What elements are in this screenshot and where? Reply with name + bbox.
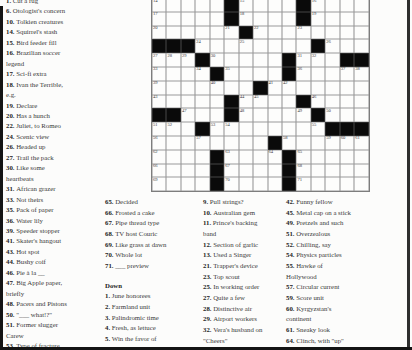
grid-cell-r9c7[interactable]: 44 — [239, 95, 253, 109]
grid-cell-r6c2[interactable]: 28 — [166, 53, 180, 67]
cell-number: 58 — [283, 136, 288, 141]
grid-cell-black-r12c9 — [268, 136, 282, 150]
grid-cell-r14c4[interactable] — [195, 164, 209, 178]
grid-cell-r5c10[interactable] — [282, 39, 296, 53]
grid-cell-r8c7[interactable] — [239, 81, 253, 95]
grid-cell-r2c8[interactable] — [253, 0, 267, 12]
cell-number: 54 — [225, 123, 230, 128]
clue-27: 27. Trail the pack — [6, 153, 101, 163]
grid-cell-r9c4[interactable] — [195, 95, 209, 109]
clue-23: 23. Top scout — [203, 272, 295, 283]
clue-10: 10. Australian gem — [203, 208, 295, 219]
grid-cell-black-r6c15 — [354, 53, 368, 67]
crossword-page: 1. Cut a rug6. Otologist's concern10. To… — [0, 0, 412, 350]
clue-29: 29. Airport workers — [203, 314, 295, 325]
grid-cell-r4c11[interactable]: 23 — [296, 26, 310, 40]
grid-cell-r4c15[interactable] — [354, 26, 368, 40]
grid-cell-r15c14[interactable] — [340, 177, 354, 191]
clue-69: 69. Like grass at dawn — [105, 240, 201, 251]
grid-cell-r11c2[interactable]: 52 — [166, 122, 180, 136]
grid-cell-r14c2[interactable] — [166, 164, 180, 178]
cell-number: 63 — [225, 150, 230, 155]
grid-cell-r7c11[interactable]: 36 — [296, 67, 310, 81]
cell-number: 36 — [297, 67, 302, 72]
grid-cell-r12c10[interactable]: 58 — [282, 136, 296, 150]
grid-cell-r3c14[interactable] — [340, 12, 354, 26]
grid-cell-r4c6[interactable]: 21 — [224, 26, 238, 40]
clue-number: 28. — [203, 305, 213, 312]
clue-6: 6. Otologist's concern — [6, 6, 101, 16]
clue-number: 9. — [203, 198, 210, 205]
grid-cell-r6c8[interactable] — [253, 53, 267, 67]
grid-cell-r7c4[interactable]: 34 — [195, 67, 209, 81]
grid-cell-r12c15[interactable]: 61 — [354, 136, 368, 150]
grid-cell-r12c12[interactable] — [311, 136, 325, 150]
cell-number: 70 — [225, 178, 230, 183]
grid-cell-r9c10[interactable] — [282, 95, 296, 109]
clue-number: 27. — [203, 294, 213, 301]
grid-cell-r4c4[interactable] — [195, 26, 209, 40]
grid-cell-r9c5[interactable] — [210, 95, 224, 109]
grid-cell-r10c3[interactable]: 47 — [181, 108, 195, 122]
cell-number: 52 — [167, 123, 172, 128]
clue-59: 59. Score unit — [286, 293, 386, 304]
grid-cell-black-r6c10 — [282, 53, 296, 67]
grid-cell-r11c5[interactable]: 53 — [210, 122, 224, 136]
grid-cell-black-r8c8 — [253, 81, 267, 95]
clue-number: 11. — [203, 219, 213, 226]
cell-number: 40 — [211, 81, 216, 86]
grid-cell-r15c1[interactable]: 69 — [152, 177, 166, 191]
clue-number: 2. — [105, 303, 112, 310]
grid-cell-r12c7[interactable] — [239, 136, 253, 150]
grid-cell-r9c14[interactable] — [340, 95, 354, 109]
grid-cell-r13c2[interactable] — [166, 150, 180, 164]
cell-number: 47 — [182, 109, 187, 114]
grid-cell-r15c9[interactable] — [268, 177, 282, 191]
clue-number: 10. — [203, 209, 213, 216]
grid-cell-r7c13[interactable] — [325, 67, 339, 81]
clue-number: 21. — [203, 262, 213, 269]
cell-number: 21 — [225, 26, 230, 31]
clue-28: 28. Distinctive air — [203, 304, 295, 315]
grid-cell-r11c11[interactable] — [296, 122, 310, 136]
clue-number: 52. — [286, 241, 296, 248]
grid-cell-r12c14[interactable]: 60 — [340, 136, 354, 150]
clue-1: 1. June honorees — [105, 291, 201, 302]
grid-cell-r3c5[interactable] — [210, 12, 224, 26]
clue-number: 17. — [6, 70, 16, 77]
grid-cell-r6c5[interactable]: 30 — [210, 53, 224, 67]
grid-cell-black-r14c10 — [282, 164, 296, 178]
cell-number: 26 — [326, 40, 331, 45]
grid-cell-r10c8[interactable] — [253, 108, 267, 122]
grid-cell-r15c2[interactable] — [166, 177, 180, 191]
grid-cell-r8c10[interactable]: 42 — [282, 81, 296, 95]
grid-cell-black-r7c10 — [282, 67, 296, 81]
grid-cell-black-r3c6 — [224, 12, 238, 26]
grid-cell-r9c8[interactable]: 45 — [253, 95, 267, 109]
grid-cell-r11c8[interactable] — [253, 122, 267, 136]
clue-number: 3. — [105, 314, 112, 321]
grid-cell-r4c12[interactable] — [311, 26, 325, 40]
grid-cell-r9c13[interactable] — [325, 95, 339, 109]
grid-cell-r10c10[interactable] — [282, 108, 296, 122]
grid-cell-r7c6[interactable]: 35 — [224, 67, 238, 81]
clue-number: 27. — [6, 154, 16, 161]
grid-cell-r2c15[interactable] — [354, 0, 368, 12]
grid-cell-r8c1[interactable]: 39 — [152, 81, 166, 95]
grid-cell-r5c8[interactable] — [253, 39, 267, 53]
grid-cell-r7c12[interactable] — [311, 67, 325, 81]
grid-cell-r15c15[interactable] — [354, 177, 368, 191]
clue-57: 57. Circular current — [286, 282, 386, 293]
grid-cell-r12c11[interactable] — [296, 136, 310, 150]
cell-number: 35 — [225, 67, 230, 72]
grid-cell-r4c5[interactable] — [210, 26, 224, 40]
grid-cell-r15c8[interactable] — [253, 177, 267, 191]
grid-cell-r6c3[interactable]: 29 — [181, 53, 195, 67]
cell-number: 49 — [297, 109, 302, 114]
grid-cell-r3c7[interactable]: 18 — [239, 12, 253, 26]
clue-51: 51. Overzealous — [286, 229, 386, 240]
grid-cell-r15c11[interactable]: 71 — [296, 177, 310, 191]
clue-number: 51. — [286, 230, 296, 237]
grid-cell-r11c10[interactable] — [282, 122, 296, 136]
grid-cell-r14c3[interactable] — [181, 164, 195, 178]
grid-cell-r3c4[interactable] — [195, 12, 209, 26]
grid-cell-r10c7[interactable]: 48 — [239, 108, 253, 122]
down-header: Down — [105, 281, 201, 292]
grid-cell-r4c3[interactable] — [181, 26, 195, 40]
grid-cell-black-r10c1 — [152, 108, 166, 122]
grid-cell-r13c3[interactable] — [181, 150, 195, 164]
clue-number: 36. — [6, 217, 16, 224]
grid-cell-r3c13[interactable] — [325, 12, 339, 26]
clue-number: 32. — [203, 326, 213, 333]
grid-cell-r5c6[interactable] — [224, 39, 238, 53]
grid-cell-r6c12[interactable]: 32 — [311, 53, 325, 67]
grid-cell-r15c12[interactable] — [311, 177, 325, 191]
grid-cell-r7c3[interactable] — [181, 67, 195, 81]
grid-cell-r10c11[interactable]: 49 — [296, 108, 310, 122]
grid-cell-r2c1[interactable]: 14 — [152, 0, 166, 12]
grid-cell-black-r15c5 — [210, 177, 224, 191]
clue-number: 20. — [6, 112, 16, 119]
grid-cell-r14c7[interactable] — [239, 164, 253, 178]
grid-cell-r3c2[interactable] — [166, 12, 180, 26]
clue-number: 70. — [105, 251, 115, 258]
cell-number: 27 — [153, 54, 158, 59]
grid-cell-r4c2[interactable] — [166, 26, 180, 40]
grid-cell-r13c8[interactable] — [253, 150, 267, 164]
grid-cell-r4c14[interactable] — [340, 26, 354, 40]
cell-number: 48 — [240, 109, 245, 114]
grid-cell-r13c15[interactable] — [354, 150, 368, 164]
clue-number: 5. — [105, 335, 112, 342]
grid-cell-r7c2[interactable] — [166, 67, 180, 81]
clue-number: 66. — [105, 209, 115, 216]
grid-cell-r12c5[interactable] — [210, 136, 224, 150]
grid-cell-r8c11[interactable] — [296, 81, 310, 95]
grid-cell-r2c2[interactable] — [166, 0, 180, 12]
grid-cell-r7c8[interactable] — [253, 67, 267, 81]
grid-cell-r12c8[interactable] — [253, 136, 267, 150]
grid-cell-r14c9[interactable] — [268, 164, 282, 178]
cell-number: 64 — [269, 150, 274, 155]
clue-number: 69. — [105, 241, 115, 248]
grid-cell-r12c13[interactable]: 59 — [325, 136, 339, 150]
cell-number: 25 — [240, 40, 245, 45]
grid-cell-r4c9[interactable] — [268, 26, 282, 40]
grid-cell-r11c12[interactable]: 55 — [311, 122, 325, 136]
grid-cell-r2c7[interactable]: 15 — [239, 0, 253, 12]
cell-number: 14 — [153, 0, 158, 3]
clue-number: 65. — [105, 198, 115, 205]
clue-47: 47. Big Apple paper, briefly — [6, 278, 101, 299]
cell-number: 39 — [153, 81, 158, 86]
grid-cell-r5c4[interactable]: 24 — [195, 39, 209, 53]
cell-number: 17 — [153, 12, 158, 17]
grid-cell-r12c3[interactable] — [181, 136, 195, 150]
grid-cell-r10c4[interactable] — [195, 108, 209, 122]
grid-cell-r14c14[interactable] — [340, 164, 354, 178]
grid-cell-r3c1[interactable]: 17 — [152, 12, 166, 26]
grid-cell-r13c4[interactable] — [195, 150, 209, 164]
grid-cell-r2c3[interactable] — [181, 0, 195, 12]
cell-number: 62 — [153, 150, 158, 155]
clue-10: 10. Tolkien creatures — [6, 17, 101, 27]
cell-number: 22 — [254, 26, 259, 31]
grid-cell-black-r2c6 — [224, 0, 238, 12]
clue-number: 48. — [6, 300, 16, 307]
grid-cell-r5c15[interactable] — [354, 39, 368, 53]
grid-cell-r4c10[interactable] — [282, 26, 296, 40]
grid-cell-black-r7c5 — [210, 67, 224, 81]
grid-cell-r4c8[interactable]: 22 — [253, 26, 267, 40]
grid-cell-r10c15[interactable] — [354, 108, 368, 122]
grid-cell-r5c7[interactable]: 25 — [239, 39, 253, 53]
grid-cell-r6c6[interactable] — [224, 53, 238, 67]
grid-cell-r2c9[interactable] — [268, 0, 282, 12]
cell-number: 38 — [355, 67, 360, 72]
cell-number: 44 — [240, 95, 245, 100]
grid-cell-r14c11[interactable]: 68 — [296, 164, 310, 178]
grid-cell-r3c15[interactable] — [354, 12, 368, 26]
grid-cell-r8c13[interactable] — [325, 81, 339, 95]
grid-cell-r12c2[interactable] — [166, 136, 180, 150]
grid-cell-r9c2[interactable] — [166, 95, 180, 109]
grid-cell-r2c4[interactable] — [195, 0, 209, 12]
clue-51: 51. Former slugger Carew — [6, 320, 101, 341]
grid-cell-r6c9[interactable] — [268, 53, 282, 67]
grid-cell-r12c1[interactable]: 56 — [152, 136, 166, 150]
grid-cell-r12c4[interactable]: 57 — [195, 136, 209, 150]
grid-cell-black-r11c13 — [325, 122, 339, 136]
grid-cell-r7c14[interactable]: 37 — [340, 67, 354, 81]
grid-cell-r12c6[interactable] — [224, 136, 238, 150]
grid-cell-r13c9[interactable]: 64 — [268, 150, 282, 164]
clue-number: 55. — [286, 262, 296, 269]
clue-number: 41. — [6, 237, 16, 244]
clue-number: 49. — [286, 219, 296, 226]
clue-16: 16. Brazilian soccer legend — [6, 48, 101, 69]
grid-cell-r3c8[interactable] — [253, 12, 267, 26]
grid-cell-r6c7[interactable] — [239, 53, 253, 67]
grid-cell-r13c1[interactable]: 62 — [152, 150, 166, 164]
grid-cell-r15c3[interactable] — [181, 177, 195, 191]
grid-cell-r11c3[interactable] — [181, 122, 195, 136]
clue-22: 22. Juliet, to Romeo — [6, 121, 101, 131]
grid-cell-r7c7[interactable] — [239, 67, 253, 81]
grid-cell-r13c7[interactable] — [239, 150, 253, 164]
grid-cell-r13c13[interactable] — [325, 150, 339, 164]
grid-cell-r6c11[interactable]: 31 — [296, 53, 310, 67]
cell-number: 55 — [312, 123, 317, 128]
grid-cell-black-r5c3 — [181, 39, 195, 53]
grid-cell-r10c14[interactable] — [340, 108, 354, 122]
grid-cell-r8c9[interactable]: 41 — [268, 81, 282, 95]
grid-cell-r14c6[interactable]: 67 — [224, 164, 238, 178]
clue-70: 70. Whole lot — [105, 250, 201, 261]
grid-cell-r2c10[interactable] — [282, 0, 296, 12]
grid-cell-r14c13[interactable] — [325, 164, 339, 178]
clue-number: 29. — [203, 315, 213, 322]
grid-cell-r5c5[interactable] — [210, 39, 224, 53]
grid-cell-r10c13[interactable]: 50 — [325, 108, 339, 122]
grid-cell-r4c13[interactable] — [325, 26, 339, 40]
clue-68: 68. TV host Couric — [105, 229, 201, 240]
clue-number: 16. — [6, 49, 16, 56]
grid-cell-r13c6[interactable]: 63 — [224, 150, 238, 164]
clue-number: 23. — [203, 273, 213, 280]
grid-cell-r10c9[interactable] — [268, 108, 282, 122]
grid-cell-r2c12[interactable]: 16 — [311, 0, 325, 12]
grid-cell-r7c9[interactable] — [268, 67, 282, 81]
grid-cell-r13c11[interactable]: 65 — [296, 150, 310, 164]
clue-42: 42. Funny fellow — [286, 197, 386, 208]
clue-55: 55. Hawke of Hollywood — [286, 261, 386, 282]
clue-number: 6. — [6, 7, 13, 14]
grid-cell-r6c1[interactable]: 27 — [152, 53, 166, 67]
cell-number: 57 — [196, 136, 201, 141]
grid-cell-r8c12[interactable] — [311, 81, 325, 95]
cell-number: 33 — [153, 67, 158, 72]
clue-43: 43. Hot spot — [6, 247, 101, 257]
grid-cell-r5c13[interactable]: 26 — [325, 39, 339, 53]
grid-cell-black-r13c5 — [210, 150, 224, 164]
grid-cell-r9c15[interactable] — [354, 95, 368, 109]
grid-cell-r15c13[interactable] — [325, 177, 339, 191]
clue-column-across-2-and-down: 65. Decided66. Frosted a cake67. Pipe th… — [105, 197, 201, 350]
grid-cell-r14c8[interactable] — [253, 164, 267, 178]
cell-number: 60 — [341, 136, 346, 141]
grid-cell-r3c3[interactable] — [181, 12, 195, 26]
clue-60: 60. Kyrgyzstan's continent — [286, 304, 386, 325]
grid-cell-r8c3[interactable] — [181, 81, 195, 95]
grid-cell-r7c15[interactable]: 38 — [354, 67, 368, 81]
grid-cell-r10c5[interactable] — [210, 108, 224, 122]
grid-cell-r2c13[interactable] — [325, 0, 339, 12]
grid-cell-r8c5[interactable]: 40 — [210, 81, 224, 95]
grid-cell-r3c10[interactable] — [282, 12, 296, 26]
grid-cell-r13c12[interactable] — [311, 150, 325, 164]
clue-column-down-2: 9. Pull strings?10. Australian gem11. Pr… — [203, 197, 295, 350]
cell-number: 23 — [297, 26, 302, 31]
grid-cell-r2c5[interactable] — [210, 0, 224, 12]
grid-cell-r6c13[interactable] — [325, 53, 339, 67]
grid-cell-r9c3[interactable] — [181, 95, 195, 109]
clue-46: 46. Pie à la __ — [6, 268, 101, 278]
clue-number: 4. — [105, 324, 112, 331]
grid-cell-r7c1[interactable]: 33 — [152, 67, 166, 81]
grid-cell-r2c14[interactable] — [340, 0, 354, 12]
grid-cell-black-r5c1 — [152, 39, 166, 53]
grid-cell-r11c6[interactable]: 54 — [224, 122, 238, 136]
grid-cell-r5c9[interactable] — [268, 39, 282, 53]
grid-cell-r9c12[interactable]: 46 — [311, 95, 325, 109]
clue-11: 11. Prince's backing band — [203, 218, 295, 239]
grid-cell-r11c1[interactable]: 51 — [152, 122, 166, 136]
grid-cell-r8c6[interactable] — [224, 81, 238, 95]
clue-number: 39. — [6, 227, 16, 234]
grid-cell-r11c7[interactable] — [239, 122, 253, 136]
grid-cell-r8c4[interactable] — [195, 81, 209, 95]
clue-number: 25. — [203, 283, 213, 290]
grid-cell-black-r9c6 — [224, 95, 238, 109]
clue-54: 54. Physics particles — [286, 250, 386, 261]
clue-number: 14. — [6, 28, 16, 35]
grid-cell-black-r11c4 — [195, 122, 209, 136]
grid-cell-r15c7[interactable] — [239, 177, 253, 191]
grid-cell-r4c1[interactable]: 20 — [152, 26, 166, 40]
grid-cell-r13c14[interactable] — [340, 150, 354, 164]
clue-52: 52. Chilling, say — [286, 240, 386, 251]
cell-number: 42 — [283, 81, 288, 86]
cell-number: 20 — [153, 26, 158, 31]
grid-cell-r14c15[interactable] — [354, 164, 368, 178]
grid-cell-r3c9[interactable] — [268, 12, 282, 26]
crossword-grid: 1415161718192021222324252627282930313233… — [151, 0, 370, 192]
grid-cell-r9c1[interactable]: 43 — [152, 95, 166, 109]
clue-number: 61. — [286, 326, 296, 333]
cell-number: 15 — [240, 0, 245, 3]
grid-cell-r14c1[interactable]: 66 — [152, 164, 166, 178]
grid-cell-r11c9[interactable] — [268, 122, 282, 136]
grid-cell-r8c14[interactable] — [340, 81, 354, 95]
grid-cell-r15c4[interactable] — [195, 177, 209, 191]
clue-number: 26. — [6, 143, 16, 150]
clue-5: 5. Win the favor of — [105, 334, 201, 345]
grid-cell-r9c9[interactable] — [268, 95, 282, 109]
cell-number: 53 — [211, 123, 216, 128]
clue-18: 18. Ivan the Terrible, e.g. — [6, 80, 101, 101]
clue-number: 71. — [105, 262, 115, 269]
grid-cell-r3c12[interactable]: 19 — [311, 12, 325, 26]
grid-cell-r8c15[interactable] — [354, 81, 368, 95]
grid-cell-r8c2[interactable] — [166, 81, 180, 95]
grid-cell-black-r4c7 — [239, 26, 253, 40]
grid-cell-r15c6[interactable]: 70 — [224, 177, 238, 191]
grid-cell-r14c12[interactable] — [311, 164, 325, 178]
grid-cell-r5c14[interactable] — [340, 39, 354, 53]
clue-number: 54. — [286, 251, 296, 258]
grid-cell-r5c11[interactable] — [296, 39, 310, 53]
clue-45: 45. Metal cap on a stick — [286, 208, 386, 219]
clue-50: 50. "___ what!?" — [6, 310, 101, 320]
clue-number: 46. — [6, 269, 16, 276]
grid-cell-black-r14c5 — [210, 164, 224, 178]
